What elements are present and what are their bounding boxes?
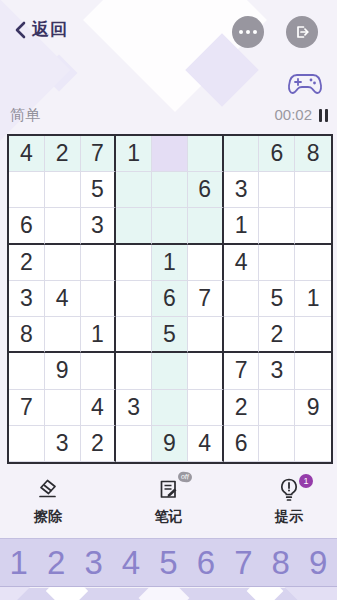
cell-r9c7[interactable]: 6	[224, 426, 260, 462]
cell-r1c9[interactable]: 8	[295, 136, 331, 172]
pad-digit-1[interactable]: 1	[0, 546, 37, 579]
cell-r1c8[interactable]: 6	[259, 136, 295, 172]
cell-r5c3[interactable]	[81, 281, 117, 317]
cell-r7c5[interactable]	[152, 353, 188, 389]
cell-r8c8[interactable]	[259, 390, 295, 426]
cell-r7c4[interactable]	[116, 353, 152, 389]
pad-digit-5[interactable]: 5	[150, 546, 187, 579]
ellipsis-icon	[239, 30, 257, 34]
cell-r3c3[interactable]: 3	[81, 208, 117, 244]
cell-r9c3[interactable]: 2	[81, 426, 117, 462]
cell-r6c8[interactable]: 2	[259, 317, 295, 353]
cell-r7c7[interactable]: 7	[224, 353, 260, 389]
gamepad-button[interactable]	[286, 70, 324, 100]
cell-r4c9[interactable]	[295, 245, 331, 281]
cell-r3c4[interactable]	[116, 208, 152, 244]
number-pad: 123456789	[0, 538, 337, 587]
cell-r6c1[interactable]: 8	[9, 317, 45, 353]
cell-r6c4[interactable]	[116, 317, 152, 353]
cell-r4c4[interactable]	[116, 245, 152, 281]
logout-icon	[294, 24, 310, 40]
lightbulb-icon: 1	[275, 476, 303, 504]
difficulty-label: 简单	[10, 106, 40, 125]
cell-r3c9[interactable]	[295, 208, 331, 244]
eraser-icon	[34, 476, 62, 504]
cell-r7c8[interactable]: 3	[259, 353, 295, 389]
cell-r8c3[interactable]: 4	[81, 390, 117, 426]
cell-r4c7[interactable]: 4	[224, 245, 260, 281]
cell-r7c1[interactable]	[9, 353, 45, 389]
back-label: 返回	[32, 18, 68, 41]
cell-r1c2[interactable]: 2	[45, 136, 81, 172]
cell-r5c7[interactable]	[224, 281, 260, 317]
chevron-left-icon	[14, 21, 26, 39]
cell-r8c7[interactable]: 2	[224, 390, 260, 426]
cell-r1c7[interactable]	[224, 136, 260, 172]
cell-r2c7[interactable]: 3	[224, 172, 260, 208]
cell-r2c8[interactable]	[259, 172, 295, 208]
cell-r2c5[interactable]	[152, 172, 188, 208]
erase-button[interactable]: 擦除	[34, 476, 62, 526]
cell-r5c8[interactable]: 5	[259, 281, 295, 317]
pad-digit-8[interactable]: 8	[262, 546, 299, 579]
cell-r4c3[interactable]	[81, 245, 117, 281]
cell-r4c8[interactable]	[259, 245, 295, 281]
cell-r4c2[interactable]	[45, 245, 81, 281]
cell-r2c9[interactable]	[295, 172, 331, 208]
note-pencil-icon: off	[155, 476, 183, 504]
cell-r5c6[interactable]: 7	[188, 281, 224, 317]
pad-digit-7[interactable]: 7	[225, 546, 262, 579]
hint-count-badge: 1	[299, 474, 313, 488]
header: 返回	[0, 14, 337, 54]
cell-r9c8[interactable]	[259, 426, 295, 462]
cell-r6c3[interactable]: 1	[81, 317, 117, 353]
cell-r5c9[interactable]: 1	[295, 281, 331, 317]
erase-label: 擦除	[34, 508, 62, 526]
cell-r1c1[interactable]: 4	[9, 136, 45, 172]
toolbar: 擦除 off 笔记	[0, 476, 337, 526]
timer: 00:02	[274, 106, 312, 123]
cell-r4c5[interactable]: 1	[152, 245, 188, 281]
cell-r9c5[interactable]: 9	[152, 426, 188, 462]
cell-r9c9[interactable]	[295, 426, 331, 462]
cell-r6c6[interactable]	[188, 317, 224, 353]
cell-r7c2[interactable]: 9	[45, 353, 81, 389]
status-bar: 简单 00:02	[0, 104, 337, 128]
pause-button[interactable]	[319, 108, 328, 122]
cell-r6c9[interactable]	[295, 317, 331, 353]
cell-r6c7[interactable]	[224, 317, 260, 353]
cell-r6c5[interactable]: 5	[152, 317, 188, 353]
notes-button[interactable]: off 笔记	[155, 476, 183, 526]
pad-digit-4[interactable]: 4	[112, 546, 149, 579]
cell-r3c6[interactable]	[188, 208, 224, 244]
back-button[interactable]: 返回	[14, 18, 68, 41]
cell-r3c7[interactable]: 1	[224, 208, 260, 244]
pad-digit-2[interactable]: 2	[37, 546, 74, 579]
cell-r3c1[interactable]: 6	[9, 208, 45, 244]
cell-r8c5[interactable]	[152, 390, 188, 426]
cell-r6c2[interactable]	[45, 317, 81, 353]
pad-digit-9[interactable]: 9	[300, 546, 337, 579]
cell-r7c9[interactable]	[295, 353, 331, 389]
cell-r8c6[interactable]	[188, 390, 224, 426]
cell-r2c3[interactable]: 5	[81, 172, 117, 208]
cell-r2c1[interactable]	[9, 172, 45, 208]
cell-r4c1[interactable]: 2	[9, 245, 45, 281]
cell-r2c4[interactable]	[116, 172, 152, 208]
cell-r3c2[interactable]	[45, 208, 81, 244]
cell-r7c6[interactable]	[188, 353, 224, 389]
cell-r1c4[interactable]: 1	[116, 136, 152, 172]
cell-r8c9[interactable]: 9	[295, 390, 331, 426]
hint-label: 提示	[275, 508, 303, 526]
gamepad-icon	[286, 70, 324, 100]
notes-label: 笔记	[155, 508, 183, 526]
pad-digit-6[interactable]: 6	[187, 546, 224, 579]
cell-r5c2[interactable]: 4	[45, 281, 81, 317]
cell-r3c8[interactable]	[259, 208, 295, 244]
cell-r5c1[interactable]: 3	[9, 281, 45, 317]
cell-r9c6[interactable]: 4	[188, 426, 224, 462]
cell-r5c5[interactable]: 6	[152, 281, 188, 317]
cell-r7c3[interactable]	[81, 353, 117, 389]
cell-r1c5[interactable]	[152, 136, 188, 172]
cell-r1c6[interactable]	[188, 136, 224, 172]
cell-r2c2[interactable]	[45, 172, 81, 208]
pad-digit-3[interactable]: 3	[75, 546, 112, 579]
cell-r2c6[interactable]: 6	[188, 172, 224, 208]
cell-r3c5[interactable]	[152, 208, 188, 244]
cell-r8c2[interactable]	[45, 390, 81, 426]
cell-r8c1[interactable]: 7	[9, 390, 45, 426]
exit-button[interactable]	[286, 16, 318, 48]
cell-r9c2[interactable]: 3	[45, 426, 81, 462]
more-button[interactable]	[232, 16, 264, 48]
sudoku-board: 42716856363121434675181529737432932946	[7, 134, 333, 464]
cell-r5c4[interactable]	[116, 281, 152, 317]
cell-r9c1[interactable]	[9, 426, 45, 462]
cell-r1c3[interactable]: 7	[81, 136, 117, 172]
cell-r4c6[interactable]	[188, 245, 224, 281]
cell-r8c4[interactable]: 3	[116, 390, 152, 426]
cell-r9c4[interactable]	[116, 426, 152, 462]
hint-button[interactable]: 1 提示	[275, 476, 303, 526]
